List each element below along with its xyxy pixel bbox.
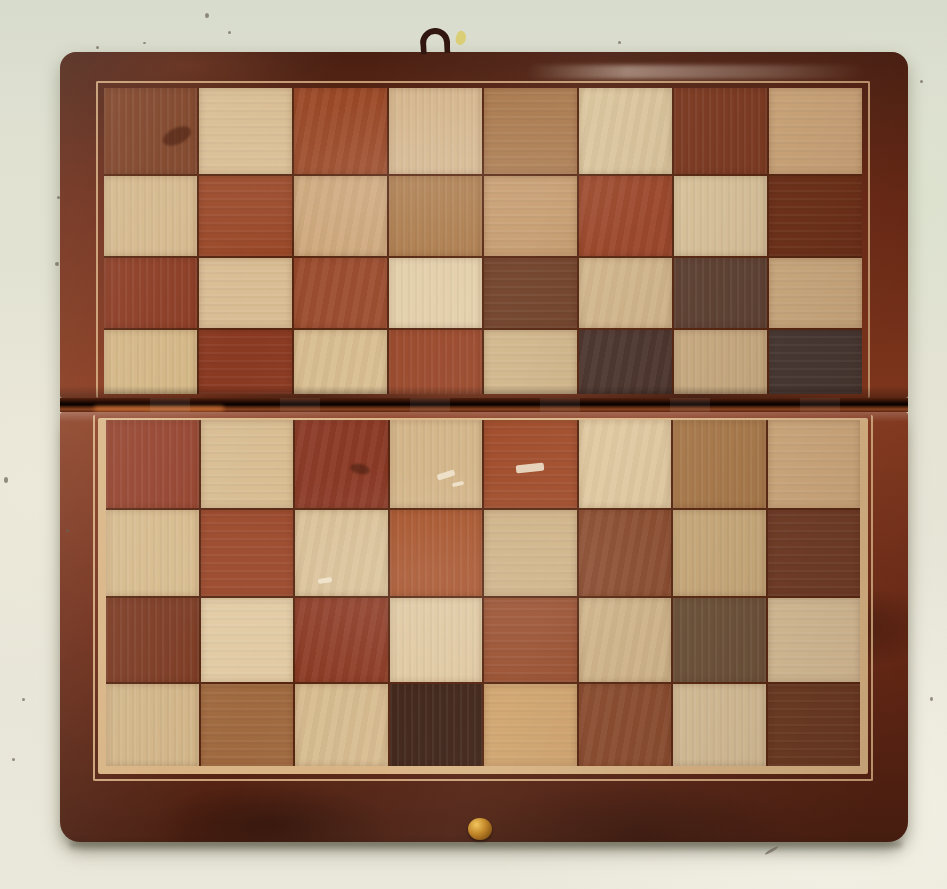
square-d8[interactable] (389, 88, 482, 174)
square-b2[interactable] (201, 598, 294, 682)
floor-speck (96, 46, 99, 49)
square-f4[interactable] (579, 420, 672, 508)
square-e3[interactable] (484, 510, 577, 596)
floor-speck (143, 42, 146, 44)
square-f7[interactable] (579, 176, 672, 255)
square-c8[interactable] (294, 88, 387, 174)
square-h2[interactable] (768, 598, 861, 682)
square-g2[interactable] (673, 598, 766, 682)
square-a4[interactable] (106, 420, 199, 508)
floor-speck (618, 41, 621, 44)
floor-speck (205, 13, 209, 18)
square-f1[interactable] (579, 684, 672, 766)
floor-speck (66, 529, 69, 532)
square-c6[interactable] (294, 258, 387, 329)
square-h3[interactable] (768, 510, 861, 596)
frame-glare-highlight (526, 65, 865, 79)
square-h6[interactable] (769, 258, 862, 329)
square-b7[interactable] (199, 176, 292, 255)
square-f3[interactable] (579, 510, 672, 596)
playing-grid-ranks-8-to-5 (104, 88, 862, 394)
floor-speck (920, 80, 923, 83)
floor-speck (4, 477, 8, 483)
square-g4[interactable] (673, 420, 766, 508)
square-h1[interactable] (768, 684, 861, 766)
board-bottom-leaf (60, 412, 908, 842)
hanging-hasp (419, 27, 450, 55)
square-b8[interactable] (199, 88, 292, 174)
square-e5[interactable] (484, 330, 577, 394)
brass-pin-speck (454, 30, 468, 46)
square-e7[interactable] (484, 176, 577, 255)
hinge-seam (60, 398, 908, 412)
floor-speck (12, 758, 15, 761)
square-e8[interactable] (484, 88, 577, 174)
floor-speck (930, 697, 933, 701)
square-h7[interactable] (769, 176, 862, 255)
hinge-bevel-top-leaf (60, 386, 908, 398)
square-a5[interactable] (104, 330, 197, 394)
square-d5[interactable] (389, 330, 482, 394)
square-d7[interactable] (389, 176, 482, 255)
floor-background (0, 0, 947, 889)
square-f2[interactable] (579, 598, 672, 682)
square-a1[interactable] (106, 684, 199, 766)
square-a3[interactable] (106, 510, 199, 596)
square-h8[interactable] (769, 88, 862, 174)
floor-speck (22, 698, 25, 701)
square-b6[interactable] (199, 258, 292, 329)
floor-speck (55, 262, 59, 266)
square-g7[interactable] (674, 176, 767, 255)
square-c1[interactable] (295, 684, 388, 766)
square-b5[interactable] (199, 330, 292, 394)
square-g5[interactable] (674, 330, 767, 394)
square-g3[interactable] (673, 510, 766, 596)
playing-grid-ranks-4-to-1 (106, 420, 860, 766)
square-c5[interactable] (294, 330, 387, 394)
square-b3[interactable] (201, 510, 294, 596)
square-h4[interactable] (768, 420, 861, 508)
square-a6[interactable] (104, 258, 197, 329)
square-d2[interactable] (390, 598, 483, 682)
square-h5[interactable] (769, 330, 862, 394)
square-c3[interactable] (295, 510, 388, 596)
square-f8[interactable] (579, 88, 672, 174)
square-d1[interactable] (390, 684, 483, 766)
square-g6[interactable] (674, 258, 767, 329)
square-f6[interactable] (579, 258, 672, 329)
square-a2[interactable] (106, 598, 199, 682)
hinge-bevel-bottom-leaf (60, 412, 908, 422)
square-c2[interactable] (295, 598, 388, 682)
square-f5[interactable] (579, 330, 672, 394)
square-b4[interactable] (201, 420, 294, 508)
square-d4[interactable] (390, 420, 483, 508)
square-c7[interactable] (294, 176, 387, 255)
square-e1[interactable] (484, 684, 577, 766)
floor-speck (57, 196, 60, 199)
square-e6[interactable] (484, 258, 577, 329)
board-top-leaf (60, 52, 908, 398)
floor-speck (228, 31, 231, 34)
square-d6[interactable] (389, 258, 482, 329)
square-b1[interactable] (201, 684, 294, 766)
chessboard (60, 52, 908, 842)
square-a7[interactable] (104, 176, 197, 255)
square-c4[interactable] (295, 420, 388, 508)
square-d3[interactable] (390, 510, 483, 596)
square-g1[interactable] (673, 684, 766, 766)
square-g8[interactable] (674, 88, 767, 174)
clasp-knob (468, 818, 492, 840)
square-e2[interactable] (484, 598, 577, 682)
